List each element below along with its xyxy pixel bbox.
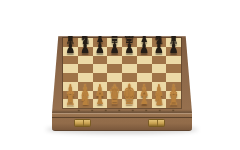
square-b4 xyxy=(78,73,93,82)
frame-dots xyxy=(68,109,176,112)
square-h3 xyxy=(166,82,181,91)
square-e5 xyxy=(122,64,137,73)
square-d3 xyxy=(107,82,122,91)
square-a2: ♟ xyxy=(63,91,78,100)
square-c3 xyxy=(93,82,108,91)
square-h8: ♜ xyxy=(166,38,181,47)
square-f4 xyxy=(137,73,152,82)
square-e7: ♟ xyxy=(122,47,137,56)
square-f8: ♝ xyxy=(137,38,152,47)
square-a1: ♜ xyxy=(63,99,78,108)
square-f2: ♟ xyxy=(137,91,152,100)
square-a4 xyxy=(63,73,78,82)
square-h5 xyxy=(166,64,181,73)
square-d6 xyxy=(107,56,122,65)
square-g8: ♞ xyxy=(152,38,167,47)
square-b7: ♟ xyxy=(78,47,93,56)
square-c8: ♝ xyxy=(93,38,108,47)
square-f5 xyxy=(137,64,152,73)
lid-seam xyxy=(52,117,192,118)
square-a7: ♟ xyxy=(63,47,78,56)
square-h6 xyxy=(166,56,181,65)
square-b2: ♟ xyxy=(78,91,93,100)
square-e3 xyxy=(122,82,137,91)
square-e4 xyxy=(122,73,137,82)
square-e6 xyxy=(122,56,137,65)
black-r-piece: ♜ xyxy=(166,29,181,47)
square-h7: ♟ xyxy=(166,47,181,56)
brass-latch-right-icon xyxy=(148,119,165,127)
square-a6 xyxy=(63,56,78,65)
square-d8: ♛ xyxy=(107,38,122,47)
box-front xyxy=(52,113,192,131)
black-b-piece: ♝ xyxy=(93,24,108,47)
square-e8: ♚ xyxy=(122,38,137,47)
square-f1: ♝ xyxy=(137,99,152,108)
black-b-piece: ♝ xyxy=(137,24,152,47)
square-a3 xyxy=(63,82,78,91)
chess-board: ♜♞♝♛♚♝♞♜♟♟♟♟♟♟♟♟♟♟♟♟♟♟♟♟♜♞♝♛♚♝♞♜ xyxy=(63,38,181,108)
square-c2: ♟ xyxy=(93,91,108,100)
square-c7: ♟ xyxy=(93,47,108,56)
square-b1: ♞ xyxy=(78,99,93,108)
square-g6 xyxy=(152,56,167,65)
square-d7: ♟ xyxy=(107,47,122,56)
square-g2: ♟ xyxy=(152,91,167,100)
square-f3 xyxy=(137,82,152,91)
black-n-piece: ♞ xyxy=(152,28,167,47)
square-e2: ♟ xyxy=(122,91,137,100)
black-n-piece: ♞ xyxy=(78,28,93,47)
square-d2: ♟ xyxy=(107,91,122,100)
square-g7: ♟ xyxy=(152,47,167,56)
square-h1: ♜ xyxy=(166,99,181,108)
square-f6 xyxy=(137,56,152,65)
board-frame: ♜♞♝♛♚♝♞♜♟♟♟♟♟♟♟♟♟♟♟♟♟♟♟♟♜♞♝♛♚♝♞♜ xyxy=(52,36,192,113)
square-g4 xyxy=(152,73,167,82)
square-a5 xyxy=(63,64,78,73)
square-c1: ♝ xyxy=(93,99,108,108)
square-g1: ♞ xyxy=(152,99,167,108)
square-b3 xyxy=(78,82,93,91)
square-f7: ♟ xyxy=(137,47,152,56)
square-e1: ♚ xyxy=(122,99,137,108)
square-d4 xyxy=(107,73,122,82)
black-r-piece: ♜ xyxy=(63,29,78,47)
square-h4 xyxy=(166,73,181,82)
black-k-piece: ♚ xyxy=(122,19,137,47)
square-g5 xyxy=(152,64,167,73)
square-b5 xyxy=(78,64,93,73)
square-c5 xyxy=(93,64,108,73)
square-g3 xyxy=(152,82,167,91)
square-c4 xyxy=(93,73,108,82)
square-c6 xyxy=(93,56,108,65)
chess-box: ♜♞♝♛♚♝♞♜♟♟♟♟♟♟♟♟♟♟♟♟♟♟♟♟♜♞♝♛♚♝♞♜ xyxy=(52,36,192,130)
scene: ♜♞♝♛♚♝♞♜♟♟♟♟♟♟♟♟♟♟♟♟♟♟♟♟♜♞♝♛♚♝♞♜ xyxy=(0,0,240,150)
square-a8: ♜ xyxy=(63,38,78,47)
square-d5 xyxy=(107,64,122,73)
square-d1: ♛ xyxy=(107,99,122,108)
square-b6 xyxy=(78,56,93,65)
square-b8: ♞ xyxy=(78,38,93,47)
brass-latch-left-icon xyxy=(74,119,91,127)
square-h2: ♟ xyxy=(166,91,181,100)
black-q-piece: ♛ xyxy=(107,22,122,47)
